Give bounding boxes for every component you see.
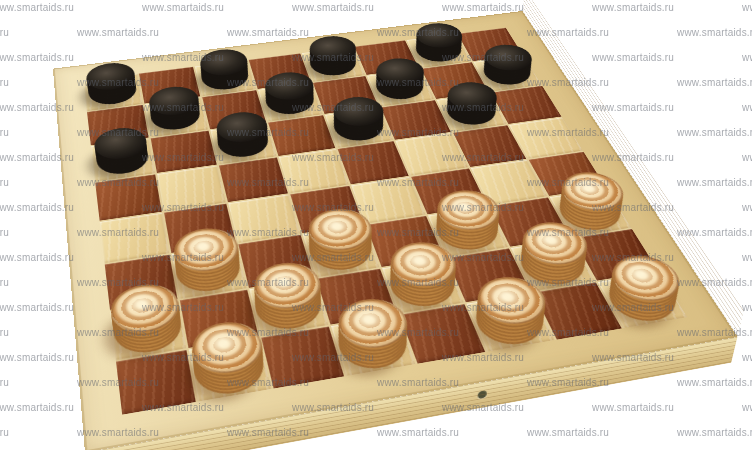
white-piece	[304, 226, 378, 276]
board-scene	[0, 0, 752, 450]
white-piece	[383, 259, 462, 312]
checkers-board	[53, 11, 738, 450]
white-piece	[250, 280, 326, 335]
white-piece	[190, 339, 269, 400]
board-top	[53, 11, 738, 450]
white-piece	[111, 301, 184, 358]
clasp-pin	[477, 390, 487, 399]
photo-canvas: www.smartaids.ruwww.smartaids.ruwww.smar…	[0, 0, 752, 450]
white-piece	[173, 246, 244, 298]
